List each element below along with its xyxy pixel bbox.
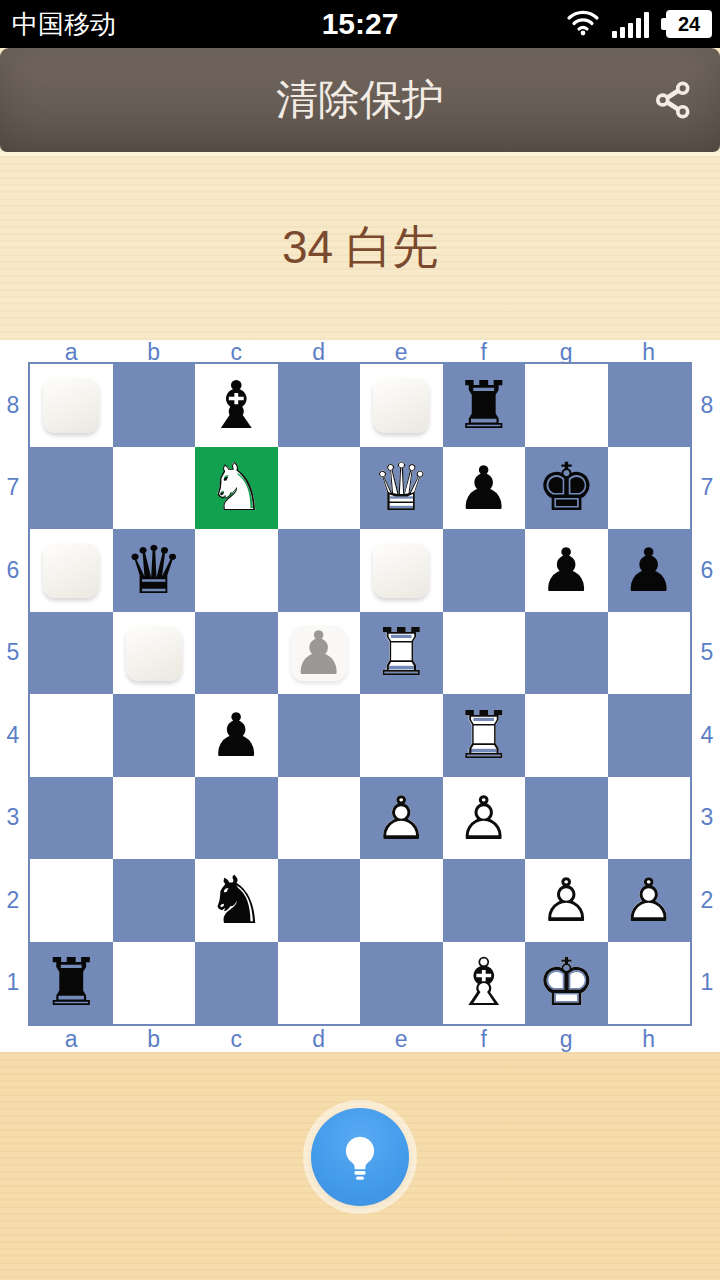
puzzle-strip: 34 白先 bbox=[0, 156, 720, 340]
board-panel: abcdefgh ♝♜♞♘♛♕♟♚♛♟♟♟♜♖♟♜♖♟♙♟♙♞♟♙♟♙♜♝♗♚♔… bbox=[0, 340, 720, 1052]
rank-label: 3 bbox=[695, 777, 719, 860]
rank-label: 5 bbox=[1, 612, 25, 695]
square-h2[interactable]: ♟♙ bbox=[608, 859, 691, 942]
square-d2[interactable] bbox=[278, 859, 361, 942]
square-e8[interactable] bbox=[360, 364, 443, 447]
move-marker bbox=[43, 377, 99, 433]
square-a7[interactable] bbox=[30, 447, 113, 530]
square-a3[interactable] bbox=[30, 777, 113, 860]
square-g6[interactable]: ♟ bbox=[525, 529, 608, 612]
square-h7[interactable] bbox=[608, 447, 691, 530]
file-label: c bbox=[195, 342, 278, 362]
rank-label: 7 bbox=[1, 447, 25, 530]
file-label: e bbox=[360, 342, 443, 362]
file-label: g bbox=[525, 342, 608, 362]
square-f7[interactable]: ♟ bbox=[443, 447, 526, 530]
square-h3[interactable] bbox=[608, 777, 691, 860]
square-c3[interactable] bbox=[195, 777, 278, 860]
square-f1[interactable]: ♝♗ bbox=[443, 942, 526, 1025]
square-f8[interactable]: ♜ bbox=[443, 364, 526, 447]
file-label: c bbox=[195, 1029, 278, 1049]
square-d6[interactable] bbox=[278, 529, 361, 612]
square-e1[interactable] bbox=[360, 942, 443, 1025]
square-d8[interactable] bbox=[278, 364, 361, 447]
square-b2[interactable] bbox=[113, 859, 196, 942]
square-f3[interactable]: ♟♙ bbox=[443, 777, 526, 860]
square-g7[interactable]: ♚ bbox=[525, 447, 608, 530]
square-f4[interactable]: ♜♖ bbox=[443, 694, 526, 777]
file-label: g bbox=[525, 1029, 608, 1049]
square-d4[interactable] bbox=[278, 694, 361, 777]
rank-label: 6 bbox=[695, 529, 719, 612]
file-label: a bbox=[30, 342, 113, 362]
rank-labels-left: 87654321 bbox=[1, 364, 25, 1024]
file-labels-bottom: abcdefgh bbox=[30, 1026, 690, 1052]
hint-button[interactable] bbox=[311, 1108, 409, 1206]
rank-label: 4 bbox=[1, 694, 25, 777]
square-f6[interactable] bbox=[443, 529, 526, 612]
square-b6[interactable]: ♛ bbox=[113, 529, 196, 612]
page-title: 清除保护 bbox=[276, 72, 444, 128]
square-d1[interactable] bbox=[278, 942, 361, 1025]
square-b5[interactable] bbox=[113, 612, 196, 695]
square-c6[interactable] bbox=[195, 529, 278, 612]
square-h4[interactable] bbox=[608, 694, 691, 777]
square-a5[interactable] bbox=[30, 612, 113, 695]
square-g3[interactable] bbox=[525, 777, 608, 860]
move-marker bbox=[126, 625, 182, 681]
white-pawn: ♟♙ bbox=[443, 777, 526, 860]
puzzle-heading: 34 白先 bbox=[282, 217, 438, 279]
wifi-icon bbox=[566, 8, 600, 40]
black-pawn: ♟ bbox=[608, 529, 691, 612]
share-icon bbox=[651, 78, 695, 122]
square-g5[interactable] bbox=[525, 612, 608, 695]
square-b4[interactable] bbox=[113, 694, 196, 777]
status-icons: 24 bbox=[566, 8, 712, 40]
rank-label: 7 bbox=[695, 447, 719, 530]
battery-level: 24 bbox=[666, 10, 712, 38]
file-label: b bbox=[113, 1029, 196, 1049]
rank-label: 2 bbox=[695, 859, 719, 942]
square-c4[interactable]: ♟ bbox=[195, 694, 278, 777]
square-g2[interactable]: ♟♙ bbox=[525, 859, 608, 942]
move-marker bbox=[43, 542, 99, 598]
footer bbox=[0, 1052, 720, 1280]
file-label: d bbox=[278, 342, 361, 362]
square-g1[interactable]: ♚♔ bbox=[525, 942, 608, 1025]
square-b7[interactable] bbox=[113, 447, 196, 530]
rank-label: 3 bbox=[1, 777, 25, 860]
square-e6[interactable] bbox=[360, 529, 443, 612]
rank-label: 8 bbox=[1, 364, 25, 447]
white-king: ♚♔ bbox=[525, 942, 608, 1025]
square-h6[interactable]: ♟ bbox=[608, 529, 691, 612]
square-a4[interactable] bbox=[30, 694, 113, 777]
signal-bars-icon bbox=[612, 10, 649, 38]
square-e4[interactable] bbox=[360, 694, 443, 777]
white-pawn: ♟♙ bbox=[608, 859, 691, 942]
black-pawn: ♟ bbox=[525, 529, 608, 612]
square-f2[interactable] bbox=[443, 859, 526, 942]
rank-label: 8 bbox=[695, 364, 719, 447]
file-label: e bbox=[360, 1029, 443, 1049]
status-bar: 中国移动 15:27 24 bbox=[0, 0, 720, 48]
square-b3[interactable] bbox=[113, 777, 196, 860]
move-marker bbox=[291, 625, 347, 681]
rank-label: 1 bbox=[695, 942, 719, 1025]
white-rook: ♜♖ bbox=[443, 694, 526, 777]
square-e2[interactable] bbox=[360, 859, 443, 942]
move-marker bbox=[373, 542, 429, 598]
black-queen: ♛ bbox=[113, 529, 196, 612]
file-label: h bbox=[608, 342, 691, 362]
square-b1[interactable] bbox=[113, 942, 196, 1025]
rank-label: 4 bbox=[695, 694, 719, 777]
app-header: 清除保护 bbox=[0, 48, 720, 152]
square-e3[interactable]: ♟♙ bbox=[360, 777, 443, 860]
file-label: a bbox=[30, 1029, 113, 1049]
square-g8[interactable] bbox=[525, 364, 608, 447]
white-queen: ♛♕ bbox=[360, 447, 443, 530]
file-label: d bbox=[278, 1029, 361, 1049]
square-d7[interactable] bbox=[278, 447, 361, 530]
black-pawn: ♟ bbox=[443, 447, 526, 530]
share-button[interactable] bbox=[648, 75, 698, 125]
black-bishop: ♝ bbox=[195, 364, 278, 447]
white-bishop: ♝♗ bbox=[443, 942, 526, 1025]
file-label: h bbox=[608, 1029, 691, 1049]
square-h5[interactable] bbox=[608, 612, 691, 695]
black-rook: ♜ bbox=[443, 364, 526, 447]
square-a8[interactable] bbox=[30, 364, 113, 447]
square-d5[interactable]: ♟ bbox=[278, 612, 361, 695]
lightbulb-icon bbox=[334, 1131, 386, 1183]
battery-icon: 24 bbox=[661, 10, 712, 38]
square-b8[interactable] bbox=[113, 364, 196, 447]
square-h1[interactable] bbox=[608, 942, 691, 1025]
black-pawn: ♟ bbox=[195, 694, 278, 777]
square-h8[interactable] bbox=[608, 364, 691, 447]
rank-label: 5 bbox=[695, 612, 719, 695]
square-a2[interactable] bbox=[30, 859, 113, 942]
square-a6[interactable] bbox=[30, 529, 113, 612]
rank-label: 2 bbox=[1, 859, 25, 942]
black-king: ♚ bbox=[525, 447, 608, 530]
square-a1[interactable]: ♜ bbox=[30, 942, 113, 1025]
square-c7[interactable]: ♞♘ bbox=[195, 447, 278, 530]
square-c8[interactable]: ♝ bbox=[195, 364, 278, 447]
white-pawn: ♟♙ bbox=[360, 777, 443, 860]
rank-label: 6 bbox=[1, 529, 25, 612]
move-marker bbox=[373, 377, 429, 433]
square-g4[interactable] bbox=[525, 694, 608, 777]
rank-labels-right: 87654321 bbox=[695, 364, 719, 1024]
square-d3[interactable] bbox=[278, 777, 361, 860]
file-label: f bbox=[443, 1029, 526, 1049]
square-c5[interactable] bbox=[195, 612, 278, 695]
file-label: f bbox=[443, 342, 526, 362]
file-labels-top: abcdefgh bbox=[30, 342, 690, 362]
white-rook: ♜♖ bbox=[360, 612, 443, 695]
file-label: b bbox=[113, 342, 196, 362]
white-pawn: ♟♙ bbox=[525, 859, 608, 942]
white-knight: ♞♘ bbox=[195, 447, 278, 530]
black-rook: ♜ bbox=[30, 942, 113, 1025]
square-e7[interactable]: ♛♕ bbox=[360, 447, 443, 530]
square-e5[interactable]: ♜♖ bbox=[360, 612, 443, 695]
board-grid: ♝♜♞♘♛♕♟♚♛♟♟♟♜♖♟♜♖♟♙♟♙♞♟♙♟♙♜♝♗♚♔ bbox=[28, 362, 692, 1026]
square-f5[interactable] bbox=[443, 612, 526, 695]
square-c1[interactable] bbox=[195, 942, 278, 1025]
square-c2[interactable]: ♞ bbox=[195, 859, 278, 942]
board-wrap: ♝♜♞♘♛♕♟♚♛♟♟♟♜♖♟♜♖♟♙♟♙♞♟♙♟♙♜♝♗♚♔ 87654321… bbox=[28, 362, 692, 1026]
black-knight: ♞ bbox=[195, 859, 278, 942]
rank-label: 1 bbox=[1, 942, 25, 1025]
